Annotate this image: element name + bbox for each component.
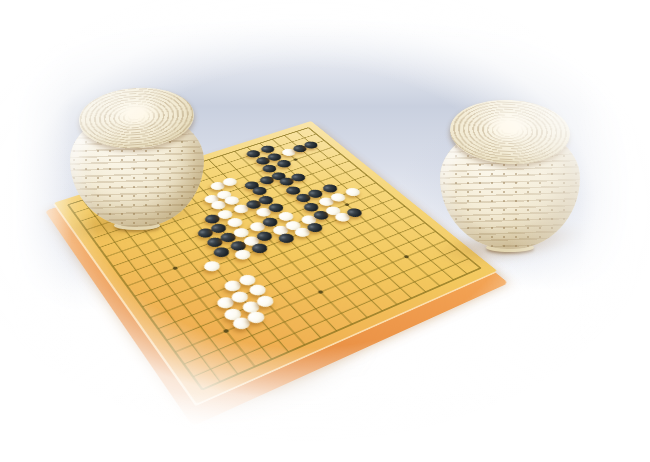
stone-white[interactable] bbox=[231, 226, 251, 239]
go-photo-scene bbox=[0, 0, 650, 462]
stone-black[interactable] bbox=[274, 159, 293, 169]
stone-black[interactable] bbox=[204, 236, 225, 249]
stone-black[interactable] bbox=[211, 246, 232, 259]
stone-white[interactable] bbox=[221, 307, 244, 323]
stone-white[interactable] bbox=[239, 300, 262, 315]
stone-white[interactable] bbox=[230, 315, 253, 331]
left-stone-bowl bbox=[70, 88, 204, 230]
stone-white[interactable] bbox=[214, 295, 236, 310]
stone-white[interactable] bbox=[241, 235, 262, 248]
stone-white[interactable] bbox=[233, 248, 254, 261]
stone-white[interactable] bbox=[236, 273, 258, 287]
right-stone-bowl bbox=[440, 100, 580, 252]
stone-white[interactable] bbox=[222, 278, 244, 293]
stone-black[interactable] bbox=[254, 230, 275, 243]
stone-black[interactable] bbox=[249, 242, 270, 255]
stone-white[interactable] bbox=[229, 289, 251, 304]
stone-black[interactable] bbox=[228, 240, 249, 253]
stone-white[interactable] bbox=[245, 309, 268, 325]
stone-white[interactable] bbox=[202, 259, 223, 273]
stone-white[interactable] bbox=[246, 283, 268, 298]
stone-white[interactable] bbox=[254, 294, 277, 309]
